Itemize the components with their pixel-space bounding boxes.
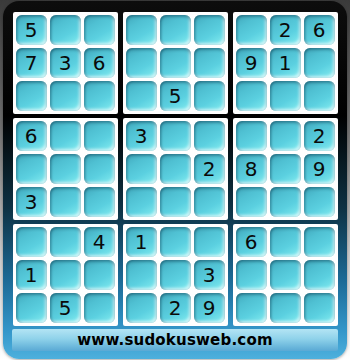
cell-r7c2[interactable] xyxy=(50,227,81,257)
cell-r4c6[interactable] xyxy=(194,121,225,151)
cell-r3c7[interactable] xyxy=(236,81,267,111)
cell-r3c1[interactable] xyxy=(16,81,47,111)
cell-r6c8[interactable] xyxy=(270,187,301,217)
cell-r4c5[interactable] xyxy=(160,121,191,151)
cell-r1c7[interactable] xyxy=(236,15,267,45)
cell-r5c2[interactable] xyxy=(50,154,81,184)
cell-r2c1[interactable]: 7 xyxy=(16,48,47,78)
sudoku-box-7: 415 xyxy=(13,224,118,326)
sudoku-box-4: 63 xyxy=(13,118,118,220)
cell-r4c2[interactable] xyxy=(50,121,81,151)
footer-bar: www.sudokusweb.com xyxy=(12,329,338,351)
cell-r2c9[interactable] xyxy=(304,48,335,78)
cell-r1c4[interactable] xyxy=(126,15,157,45)
cell-r8c3[interactable] xyxy=(84,260,115,290)
cell-r6c3[interactable] xyxy=(84,187,115,217)
cell-r1c8[interactable]: 2 xyxy=(270,15,301,45)
cell-r6c5[interactable] xyxy=(160,187,191,217)
cell-r2c4[interactable] xyxy=(126,48,157,78)
cell-r1c2[interactable] xyxy=(50,15,81,45)
cell-r5c8[interactable] xyxy=(270,154,301,184)
cell-r3c5[interactable]: 5 xyxy=(160,81,191,111)
cell-r2c5[interactable] xyxy=(160,48,191,78)
sudoku-box-6: 289 xyxy=(233,118,338,220)
cell-r5c5[interactable] xyxy=(160,154,191,184)
cell-r6c1[interactable]: 3 xyxy=(16,187,47,217)
sudoku-box-8: 1329 xyxy=(123,224,228,326)
cell-r9c4[interactable] xyxy=(126,293,157,323)
cell-r4c9[interactable]: 2 xyxy=(304,121,335,151)
cell-r3c4[interactable] xyxy=(126,81,157,111)
cell-r2c2[interactable]: 3 xyxy=(50,48,81,78)
cell-r4c8[interactable] xyxy=(270,121,301,151)
website-url: www.sudokusweb.com xyxy=(77,331,272,349)
cell-r2c6[interactable] xyxy=(194,48,225,78)
cell-r3c3[interactable] xyxy=(84,81,115,111)
cell-r9c7[interactable] xyxy=(236,293,267,323)
cell-r3c9[interactable] xyxy=(304,81,335,111)
cell-r8c1[interactable]: 1 xyxy=(16,260,47,290)
cell-r8c7[interactable] xyxy=(236,260,267,290)
cell-r3c8[interactable] xyxy=(270,81,301,111)
cell-r2c8[interactable]: 1 xyxy=(270,48,301,78)
cell-r7c3[interactable]: 4 xyxy=(84,227,115,257)
cell-r1c5[interactable] xyxy=(160,15,191,45)
cell-r8c6[interactable]: 3 xyxy=(194,260,225,290)
cell-r9c5[interactable]: 2 xyxy=(160,293,191,323)
cell-r7c6[interactable] xyxy=(194,227,225,257)
sudoku-box-9: 6 xyxy=(233,224,338,326)
cell-r7c1[interactable] xyxy=(16,227,47,257)
cell-r1c6[interactable] xyxy=(194,15,225,45)
cell-r9c2[interactable]: 5 xyxy=(50,293,81,323)
cell-r7c4[interactable]: 1 xyxy=(126,227,157,257)
cell-r7c8[interactable] xyxy=(270,227,301,257)
cell-r5c4[interactable] xyxy=(126,154,157,184)
cell-r7c9[interactable] xyxy=(304,227,335,257)
cell-r2c3[interactable]: 6 xyxy=(84,48,115,78)
cell-r5c9[interactable]: 9 xyxy=(304,154,335,184)
cell-r3c2[interactable] xyxy=(50,81,81,111)
sudoku-box-2: 5 xyxy=(123,12,228,114)
sudoku-box-5: 32 xyxy=(123,118,228,220)
sudoku-grid: 573652691633228941513296 xyxy=(12,12,338,326)
cell-r9c8[interactable] xyxy=(270,293,301,323)
cell-r4c3[interactable] xyxy=(84,121,115,151)
cell-r5c7[interactable]: 8 xyxy=(236,154,267,184)
cell-r9c1[interactable] xyxy=(16,293,47,323)
cell-r8c4[interactable] xyxy=(126,260,157,290)
cell-r9c6[interactable]: 9 xyxy=(194,293,225,323)
cell-r6c2[interactable] xyxy=(50,187,81,217)
sudoku-board: 573652691633228941513296 www.sudokusweb.… xyxy=(3,1,347,359)
cell-r1c9[interactable]: 6 xyxy=(304,15,335,45)
cell-r1c1[interactable]: 5 xyxy=(16,15,47,45)
cell-r7c7[interactable]: 6 xyxy=(236,227,267,257)
cell-r6c6[interactable] xyxy=(194,187,225,217)
cell-r4c7[interactable] xyxy=(236,121,267,151)
cell-r8c2[interactable] xyxy=(50,260,81,290)
cell-r8c9[interactable] xyxy=(304,260,335,290)
cell-r6c4[interactable] xyxy=(126,187,157,217)
cell-r4c1[interactable]: 6 xyxy=(16,121,47,151)
cell-r5c3[interactable] xyxy=(84,154,115,184)
cell-r4c4[interactable]: 3 xyxy=(126,121,157,151)
sudoku-box-1: 5736 xyxy=(13,12,118,114)
cell-r6c7[interactable] xyxy=(236,187,267,217)
cell-r3c6[interactable] xyxy=(194,81,225,111)
cell-r1c3[interactable] xyxy=(84,15,115,45)
cell-r9c9[interactable] xyxy=(304,293,335,323)
cell-r7c5[interactable] xyxy=(160,227,191,257)
cell-r8c8[interactable] xyxy=(270,260,301,290)
cell-r9c3[interactable] xyxy=(84,293,115,323)
cell-r6c9[interactable] xyxy=(304,187,335,217)
cell-r2c7[interactable]: 9 xyxy=(236,48,267,78)
cell-r5c1[interactable] xyxy=(16,154,47,184)
cell-r8c5[interactable] xyxy=(160,260,191,290)
cell-r5c6[interactable]: 2 xyxy=(194,154,225,184)
sudoku-box-3: 2691 xyxy=(233,12,338,114)
